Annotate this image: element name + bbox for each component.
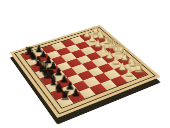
white-pawn: ♟ (124, 68, 133, 78)
white-rook: ♜ (134, 63, 144, 74)
board-frame: ♜♞♝♛♚♝♞♜♟♟♟♟♟♟♟♟♟♟♟♟♟♟♟♟♜♞♝♛♚♝♞♜ (10, 25, 160, 118)
board-square (82, 61, 98, 71)
black-rook: ♜ (59, 90, 70, 102)
chess-board-3d: ♜♞♝♛♚♝♞♜♟♟♟♟♟♟♟♟♟♟♟♟♟♟♟♟♜♞♝♛♚♝♞♜ (10, 25, 160, 118)
product-photo: ♜♞♝♛♚♝♞♜♟♟♟♟♟♟♟♟♟♟♟♟♟♟♟♟♜♞♝♛♚♝♞♜ (0, 0, 170, 128)
board-square (98, 63, 114, 73)
black-pawn: ♟ (72, 88, 82, 99)
